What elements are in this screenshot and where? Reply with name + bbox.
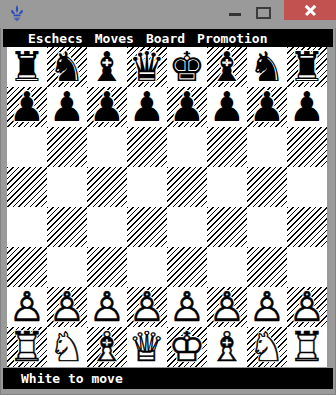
square-f7[interactable]: ♟ — [207, 87, 247, 127]
white-rook-piece-fill: ♜ — [7, 326, 47, 366]
square-f8[interactable]: ♝ — [207, 47, 247, 87]
white-pawn-piece: ♙ — [87, 286, 127, 326]
white-rook-piece: ♖ — [287, 326, 327, 366]
black-pawn-piece: ♟ — [207, 86, 247, 126]
minimize-button[interactable] — [224, 6, 246, 21]
white-knight-piece: ♘ — [247, 326, 287, 366]
square-a8[interactable]: ♜ — [7, 47, 47, 87]
square-g5[interactable] — [247, 167, 287, 207]
black-pawn-piece: ♟ — [87, 86, 127, 126]
square-e6[interactable] — [167, 127, 207, 167]
status-text: White to move — [21, 371, 123, 386]
square-b5[interactable] — [47, 167, 87, 207]
square-h2[interactable]: ♟♙ — [287, 287, 327, 327]
white-bishop-piece-fill: ♝ — [87, 326, 127, 366]
square-d7[interactable]: ♟ — [127, 87, 167, 127]
square-d4[interactable] — [127, 207, 167, 247]
square-f3[interactable] — [207, 247, 247, 287]
square-b2[interactable]: ♟♙ — [47, 287, 87, 327]
square-b6[interactable] — [47, 127, 87, 167]
square-e7[interactable]: ♟ — [167, 87, 207, 127]
square-g2[interactable]: ♟♙ — [247, 287, 287, 327]
black-bishop-piece: ♝ — [87, 46, 127, 86]
square-h3[interactable] — [287, 247, 327, 287]
square-g7[interactable]: ♟ — [247, 87, 287, 127]
white-pawn-piece: ♙ — [47, 286, 87, 326]
menu-item-board[interactable]: Board — [146, 31, 185, 46]
white-pawn-piece: ♙ — [287, 286, 327, 326]
black-knight-piece: ♞ — [47, 46, 87, 86]
white-knight-piece-fill: ♞ — [247, 326, 287, 366]
square-e5[interactable] — [167, 167, 207, 207]
white-pawn-piece-fill: ♟ — [127, 286, 167, 326]
square-a1[interactable]: ♜♖ — [7, 327, 47, 367]
square-h6[interactable] — [287, 127, 327, 167]
square-a5[interactable] — [7, 167, 47, 207]
square-a2[interactable]: ♟♙ — [7, 287, 47, 327]
square-f2[interactable]: ♟♙ — [207, 287, 247, 327]
menu-item-eschecs[interactable]: Eschecs — [28, 31, 83, 46]
minimize-icon — [229, 13, 241, 16]
square-c8[interactable]: ♝ — [87, 47, 127, 87]
square-g4[interactable] — [247, 207, 287, 247]
square-g8[interactable]: ♞ — [247, 47, 287, 87]
white-pawn-piece: ♙ — [127, 286, 167, 326]
black-rook-piece: ♜ — [287, 46, 327, 86]
square-d1[interactable]: ♛♕ — [127, 327, 167, 367]
square-b4[interactable] — [47, 207, 87, 247]
square-e3[interactable] — [167, 247, 207, 287]
maximize-button[interactable] — [252, 6, 274, 21]
square-h8[interactable]: ♜ — [287, 47, 327, 87]
black-knight-piece: ♞ — [247, 46, 287, 86]
white-pawn-piece: ♙ — [247, 286, 287, 326]
maximize-icon — [256, 7, 271, 19]
white-knight-piece: ♘ — [47, 326, 87, 366]
square-c1[interactable]: ♝♗ — [87, 327, 127, 367]
square-a6[interactable] — [7, 127, 47, 167]
menu-bar: EschecsMovesBoardPromotion — [3, 29, 333, 47]
white-knight-piece-fill: ♞ — [47, 326, 87, 366]
black-pawn-piece: ♟ — [7, 86, 47, 126]
square-e2[interactable]: ♟♙ — [167, 287, 207, 327]
black-bishop-piece: ♝ — [207, 46, 247, 86]
square-h1[interactable]: ♜♖ — [287, 327, 327, 367]
square-d2[interactable]: ♟♙ — [127, 287, 167, 327]
square-c6[interactable] — [87, 127, 127, 167]
square-d8[interactable]: ♛ — [127, 47, 167, 87]
close-button[interactable] — [284, 0, 336, 20]
black-king-piece: ♚ — [167, 46, 207, 86]
square-d5[interactable] — [127, 167, 167, 207]
black-pawn-piece: ♟ — [47, 86, 87, 126]
square-b7[interactable]: ♟ — [47, 87, 87, 127]
white-king-piece-fill: ♚ — [167, 326, 207, 366]
chess-board: ♜♞♝♛♚♝♞♜♟♟♟♟♟♟♟♟♟♙♟♙♟♙♟♙♟♙♟♙♟♙♟♙♜♖♞♘♝♗♛♕… — [7, 47, 327, 367]
black-pawn-piece: ♟ — [127, 86, 167, 126]
square-f4[interactable] — [207, 207, 247, 247]
white-pawn-piece-fill: ♟ — [7, 286, 47, 326]
white-king-piece: ♔ — [167, 326, 207, 366]
white-bishop-piece-fill: ♝ — [207, 326, 247, 366]
white-queen-piece: ♕ — [127, 326, 167, 366]
black-pawn-piece: ♟ — [247, 86, 287, 126]
menu-item-promotion[interactable]: Promotion — [197, 31, 267, 46]
square-b3[interactable] — [47, 247, 87, 287]
square-d3[interactable] — [127, 247, 167, 287]
white-queen-piece-fill: ♛ — [127, 326, 167, 366]
square-g6[interactable] — [247, 127, 287, 167]
white-pawn-piece-fill: ♟ — [167, 286, 207, 326]
white-pawn-piece-fill: ♟ — [47, 286, 87, 326]
square-f1[interactable]: ♝♗ — [207, 327, 247, 367]
square-b1[interactable]: ♞♘ — [47, 327, 87, 367]
black-pawn-piece: ♟ — [287, 86, 327, 126]
square-e4[interactable] — [167, 207, 207, 247]
eschecs-window: EschecsMovesBoardPromotion ♜♞♝♛♚♝♞♜♟♟♟♟♟… — [0, 0, 336, 395]
white-pawn-piece: ♙ — [167, 286, 207, 326]
square-h5[interactable] — [287, 167, 327, 207]
white-bishop-piece: ♗ — [87, 326, 127, 366]
square-f6[interactable] — [207, 127, 247, 167]
title-bar[interactable] — [0, 0, 336, 28]
white-pawn-piece-fill: ♟ — [207, 286, 247, 326]
black-queen-piece: ♛ — [127, 46, 167, 86]
square-e8[interactable]: ♚ — [167, 47, 207, 87]
square-f5[interactable] — [207, 167, 247, 207]
square-e1[interactable]: ♚♔ — [167, 327, 207, 367]
status-bar: White to move — [3, 368, 333, 389]
white-pawn-piece-fill: ♟ — [247, 286, 287, 326]
square-a4[interactable] — [7, 207, 47, 247]
square-c7[interactable]: ♟ — [87, 87, 127, 127]
white-bishop-piece: ♗ — [207, 326, 247, 366]
square-c5[interactable] — [87, 167, 127, 207]
square-a3[interactable] — [7, 247, 47, 287]
square-g1[interactable]: ♞♘ — [247, 327, 287, 367]
square-c2[interactable]: ♟♙ — [87, 287, 127, 327]
white-pawn-piece-fill: ♟ — [87, 286, 127, 326]
square-h7[interactable]: ♟ — [287, 87, 327, 127]
menu-item-moves[interactable]: Moves — [95, 31, 134, 46]
square-a7[interactable]: ♟ — [7, 87, 47, 127]
white-rook-piece-fill: ♜ — [287, 326, 327, 366]
white-rook-piece: ♖ — [7, 326, 47, 366]
fleur-de-lis-icon — [10, 4, 24, 23]
black-rook-piece: ♜ — [7, 46, 47, 86]
square-g3[interactable] — [247, 247, 287, 287]
black-pawn-piece: ♟ — [167, 86, 207, 126]
white-pawn-piece: ♙ — [207, 286, 247, 326]
square-c3[interactable] — [87, 247, 127, 287]
white-pawn-piece: ♙ — [7, 286, 47, 326]
square-c4[interactable] — [87, 207, 127, 247]
square-b8[interactable]: ♞ — [47, 47, 87, 87]
square-d6[interactable] — [127, 127, 167, 167]
white-pawn-piece-fill: ♟ — [287, 286, 327, 326]
square-h4[interactable] — [287, 207, 327, 247]
